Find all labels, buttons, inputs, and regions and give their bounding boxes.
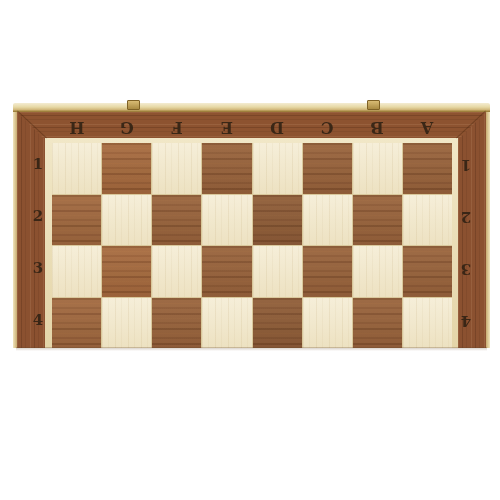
rank-label-left-2: 2 bbox=[27, 207, 49, 226]
square-g2[interactable] bbox=[102, 195, 151, 246]
rank-label-left-3: 3 bbox=[27, 259, 49, 278]
rank-label-left-1: 1 bbox=[27, 155, 49, 174]
square-c4[interactable] bbox=[303, 298, 352, 349]
square-g4[interactable] bbox=[102, 298, 151, 349]
square-b4[interactable] bbox=[353, 298, 402, 349]
square-c1[interactable] bbox=[303, 143, 352, 194]
square-b2[interactable] bbox=[353, 195, 402, 246]
square-e3[interactable] bbox=[202, 246, 251, 297]
rank-label-right-2: 2 bbox=[455, 207, 477, 226]
square-h2[interactable] bbox=[52, 195, 101, 246]
square-g3[interactable] bbox=[102, 246, 151, 297]
square-d3[interactable] bbox=[253, 246, 302, 297]
square-e2[interactable] bbox=[202, 195, 251, 246]
square-e1[interactable] bbox=[202, 143, 251, 194]
rank-label-right-1: 1 bbox=[455, 155, 477, 174]
square-e4[interactable] bbox=[202, 298, 251, 349]
square-d4[interactable] bbox=[253, 298, 302, 349]
square-b3[interactable] bbox=[353, 246, 402, 297]
file-label-f: F bbox=[152, 118, 202, 136]
rank-label-right-3: 3 bbox=[455, 259, 477, 278]
file-label-h: H bbox=[52, 118, 102, 136]
file-label-d: D bbox=[252, 118, 302, 136]
square-f4[interactable] bbox=[152, 298, 201, 349]
square-a4[interactable] bbox=[403, 298, 452, 349]
file-label-c: C bbox=[302, 118, 352, 136]
hinge-right-icon bbox=[367, 100, 380, 110]
square-d2[interactable] bbox=[253, 195, 302, 246]
board-top-edge bbox=[13, 103, 490, 112]
file-label-a: A bbox=[402, 118, 452, 136]
square-g1[interactable] bbox=[102, 143, 151, 194]
square-h4[interactable] bbox=[52, 298, 101, 349]
square-c3[interactable] bbox=[303, 246, 352, 297]
square-a3[interactable] bbox=[403, 246, 452, 297]
square-c2[interactable] bbox=[303, 195, 352, 246]
square-a2[interactable] bbox=[403, 195, 452, 246]
folding-chessboard: HGFEDCBA 1234 1234 bbox=[13, 103, 490, 348]
square-f2[interactable] bbox=[152, 195, 201, 246]
square-h1[interactable] bbox=[52, 143, 101, 194]
hinge-left-icon bbox=[127, 100, 140, 110]
rank-label-right-4: 4 bbox=[455, 311, 477, 330]
rank-label-left-4: 4 bbox=[27, 311, 49, 330]
board-right-edge bbox=[486, 112, 490, 348]
file-label-e: E bbox=[202, 118, 252, 136]
square-a1[interactable] bbox=[403, 143, 452, 194]
chess-grid bbox=[52, 143, 452, 348]
square-h3[interactable] bbox=[52, 246, 101, 297]
chessboard-photo: HGFEDCBA 1234 1234 bbox=[0, 0, 500, 500]
square-d1[interactable] bbox=[253, 143, 302, 194]
file-label-b: B bbox=[352, 118, 402, 136]
file-label-g: G bbox=[102, 118, 152, 136]
square-b1[interactable] bbox=[353, 143, 402, 194]
square-f1[interactable] bbox=[152, 143, 201, 194]
square-f3[interactable] bbox=[152, 246, 201, 297]
